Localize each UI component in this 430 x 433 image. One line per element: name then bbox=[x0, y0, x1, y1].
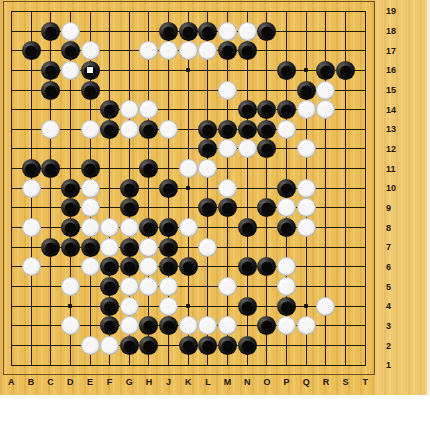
stone-C7[interactable]: ● bbox=[41, 238, 60, 257]
stone-J17[interactable]: ● bbox=[159, 41, 178, 60]
stone-J6[interactable]: ● bbox=[159, 257, 178, 276]
star-point bbox=[186, 186, 190, 190]
stone-E15[interactable]: ● bbox=[81, 81, 100, 100]
stone-L2[interactable]: ● bbox=[198, 336, 217, 355]
stone-M9[interactable]: ● bbox=[218, 198, 237, 217]
stone-R14[interactable]: ● bbox=[316, 100, 335, 119]
stone-R16[interactable]: ● bbox=[316, 61, 335, 80]
stone-F3[interactable]: ● bbox=[100, 316, 119, 335]
stone-O14[interactable]: ● bbox=[257, 100, 276, 119]
stone-P9[interactable]: ● bbox=[277, 198, 296, 217]
stone-M13[interactable]: ● bbox=[218, 120, 237, 139]
stone-G14[interactable]: ● bbox=[120, 100, 139, 119]
stone-D16[interactable]: ● bbox=[61, 61, 80, 80]
grid-line bbox=[365, 11, 366, 366]
stone-F14[interactable]: ● bbox=[100, 100, 119, 119]
stone-O9[interactable]: ● bbox=[257, 198, 276, 217]
stone-O6[interactable]: ● bbox=[257, 257, 276, 276]
stone-D18[interactable]: ● bbox=[61, 22, 80, 41]
stone-J7[interactable]: ● bbox=[159, 238, 178, 257]
row-label-16: 16 bbox=[386, 65, 408, 75]
stone-H11[interactable]: ● bbox=[139, 159, 158, 178]
stone-G3[interactable]: ● bbox=[120, 316, 139, 335]
stone-O18[interactable]: ● bbox=[257, 22, 276, 41]
row-label-3: 3 bbox=[386, 321, 408, 331]
stone-N8[interactable]: ● bbox=[238, 218, 257, 237]
stone-P14[interactable]: ● bbox=[277, 100, 296, 119]
stone-M12[interactable]: ● bbox=[218, 139, 237, 158]
col-label-L: L bbox=[198, 377, 218, 387]
col-label-E: E bbox=[80, 377, 100, 387]
stone-G13[interactable]: ● bbox=[120, 120, 139, 139]
stone-F6[interactable]: ● bbox=[100, 257, 119, 276]
stone-O12[interactable]: ● bbox=[257, 139, 276, 158]
stone-L3[interactable]: ● bbox=[198, 316, 217, 335]
stone-F2[interactable]: ● bbox=[100, 336, 119, 355]
go-board[interactable]: ●●●●●●●●●●●●●●●●●●●●●●●●●●●●●●●●●●●●●●●●… bbox=[0, 0, 430, 395]
stone-K6[interactable]: ● bbox=[179, 257, 198, 276]
stone-G2[interactable]: ● bbox=[120, 336, 139, 355]
stone-K17[interactable]: ● bbox=[179, 41, 198, 60]
stone-E16[interactable]: ● bbox=[81, 61, 100, 80]
stone-B17[interactable]: ● bbox=[22, 41, 41, 60]
row-label-14: 14 bbox=[386, 105, 408, 115]
stone-M18[interactable]: ● bbox=[218, 22, 237, 41]
col-label-N: N bbox=[237, 377, 257, 387]
stone-Q14[interactable]: ● bbox=[297, 100, 316, 119]
stone-G4[interactable]: ● bbox=[120, 297, 139, 316]
stone-E6[interactable]: ● bbox=[81, 257, 100, 276]
stone-J3[interactable]: ● bbox=[159, 316, 178, 335]
stone-N14[interactable]: ● bbox=[238, 100, 257, 119]
stone-D8[interactable]: ● bbox=[61, 218, 80, 237]
stone-C18[interactable]: ● bbox=[41, 22, 60, 41]
grid-line bbox=[266, 11, 267, 366]
stone-D7[interactable]: ● bbox=[61, 238, 80, 257]
stone-D3[interactable]: ● bbox=[61, 316, 80, 335]
stone-B11[interactable]: ● bbox=[22, 159, 41, 178]
row-label-17: 17 bbox=[386, 46, 408, 56]
stone-H17[interactable]: ● bbox=[139, 41, 158, 60]
stone-O13[interactable]: ● bbox=[257, 120, 276, 139]
go-app-window: ●●●●●●●●●●●●●●●●●●●●●●●●●●●●●●●●●●●●●●●●… bbox=[0, 0, 430, 433]
stone-D9[interactable]: ● bbox=[61, 198, 80, 217]
stone-P5[interactable]: ● bbox=[277, 277, 296, 296]
stone-M15[interactable]: ● bbox=[218, 81, 237, 100]
grid-line bbox=[207, 11, 208, 366]
stone-K8[interactable]: ● bbox=[179, 218, 198, 237]
stone-E7[interactable]: ● bbox=[81, 238, 100, 257]
stone-K18[interactable]: ● bbox=[179, 22, 198, 41]
col-label-M: M bbox=[218, 377, 238, 387]
stone-N2[interactable]: ● bbox=[238, 336, 257, 355]
stone-N13[interactable]: ● bbox=[238, 120, 257, 139]
stone-L7[interactable]: ● bbox=[198, 238, 217, 257]
stone-C16[interactable]: ● bbox=[41, 61, 60, 80]
stone-G5[interactable]: ● bbox=[120, 277, 139, 296]
stone-R15[interactable]: ● bbox=[316, 81, 335, 100]
stone-F7[interactable]: ● bbox=[100, 238, 119, 257]
stone-C15[interactable]: ● bbox=[41, 81, 60, 100]
star-point bbox=[186, 304, 190, 308]
stone-K2[interactable]: ● bbox=[179, 336, 198, 355]
stone-J4[interactable]: ● bbox=[159, 297, 178, 316]
stone-D10[interactable]: ● bbox=[61, 179, 80, 198]
stone-G9[interactable]: ● bbox=[120, 198, 139, 217]
stone-H6[interactable]: ● bbox=[139, 257, 158, 276]
stone-N4[interactable]: ● bbox=[238, 297, 257, 316]
stone-C13[interactable]: ● bbox=[41, 120, 60, 139]
stone-M3[interactable]: ● bbox=[218, 316, 237, 335]
col-label-T: T bbox=[355, 377, 375, 387]
stone-K3[interactable]: ● bbox=[179, 316, 198, 335]
stone-G7[interactable]: ● bbox=[120, 238, 139, 257]
stone-E11[interactable]: ● bbox=[81, 159, 100, 178]
col-label-S: S bbox=[336, 377, 356, 387]
stone-D5[interactable]: ● bbox=[61, 277, 80, 296]
stone-Q10[interactable]: ● bbox=[297, 179, 316, 198]
stone-K11[interactable]: ● bbox=[179, 159, 198, 178]
grid-line bbox=[11, 365, 366, 366]
stone-M2[interactable]: ● bbox=[218, 336, 237, 355]
col-label-A: A bbox=[1, 377, 21, 387]
stone-H2[interactable]: ● bbox=[139, 336, 158, 355]
stone-L11[interactable]: ● bbox=[198, 159, 217, 178]
star-point bbox=[68, 304, 72, 308]
stone-F13[interactable]: ● bbox=[100, 120, 119, 139]
row-label-6: 6 bbox=[386, 262, 408, 272]
stone-Q3[interactable]: ● bbox=[297, 316, 316, 335]
row-label-13: 13 bbox=[386, 124, 408, 134]
stone-C11[interactable]: ● bbox=[41, 159, 60, 178]
stone-H8[interactable]: ● bbox=[139, 218, 158, 237]
col-label-K: K bbox=[178, 377, 198, 387]
last-move-marker bbox=[87, 67, 93, 73]
stone-N18[interactable]: ● bbox=[238, 22, 257, 41]
stone-E2[interactable]: ● bbox=[81, 336, 100, 355]
stone-P6[interactable]: ● bbox=[277, 257, 296, 276]
stone-G10[interactable]: ● bbox=[120, 179, 139, 198]
col-label-B: B bbox=[21, 377, 41, 387]
stone-J10[interactable]: ● bbox=[159, 179, 178, 198]
row-label-4: 4 bbox=[386, 301, 408, 311]
stone-E8[interactable]: ● bbox=[81, 218, 100, 237]
stone-N17[interactable]: ● bbox=[238, 41, 257, 60]
stone-Q12[interactable]: ● bbox=[297, 139, 316, 158]
row-label-8: 8 bbox=[386, 223, 408, 233]
row-label-15: 15 bbox=[386, 85, 408, 95]
stone-H5[interactable]: ● bbox=[139, 277, 158, 296]
stone-L17[interactable]: ● bbox=[198, 41, 217, 60]
col-label-R: R bbox=[316, 377, 336, 387]
stone-B10[interactable]: ● bbox=[22, 179, 41, 198]
row-label-7: 7 bbox=[386, 242, 408, 252]
star-point bbox=[304, 304, 308, 308]
col-label-P: P bbox=[277, 377, 297, 387]
star-point bbox=[304, 68, 308, 72]
stone-B6[interactable]: ● bbox=[22, 257, 41, 276]
stone-M17[interactable]: ● bbox=[218, 41, 237, 60]
stone-R4[interactable]: ● bbox=[316, 297, 335, 316]
board-right-margin bbox=[375, 0, 430, 395]
stone-N12[interactable]: ● bbox=[238, 139, 257, 158]
row-label-2: 2 bbox=[386, 341, 408, 351]
col-label-F: F bbox=[100, 377, 120, 387]
stone-L9[interactable]: ● bbox=[198, 198, 217, 217]
stone-Q15[interactable]: ● bbox=[297, 81, 316, 100]
col-label-O: O bbox=[257, 377, 277, 387]
stone-E17[interactable]: ● bbox=[81, 41, 100, 60]
col-label-Q: Q bbox=[296, 377, 316, 387]
stone-P13[interactable]: ● bbox=[277, 120, 296, 139]
stone-N6[interactable]: ● bbox=[238, 257, 257, 276]
stone-J5[interactable]: ● bbox=[159, 277, 178, 296]
stone-G8[interactable]: ● bbox=[120, 218, 139, 237]
row-label-11: 11 bbox=[386, 164, 408, 174]
status-bar: dead ● 0 ● 4 bbox=[0, 395, 430, 433]
row-label-10: 10 bbox=[386, 183, 408, 193]
stone-Q8[interactable]: ● bbox=[297, 218, 316, 237]
stone-P8[interactable]: ● bbox=[277, 218, 296, 237]
stone-F5[interactable]: ● bbox=[100, 277, 119, 296]
row-label-12: 12 bbox=[386, 144, 408, 154]
stone-F4[interactable]: ● bbox=[100, 297, 119, 316]
stone-J13[interactable]: ● bbox=[159, 120, 178, 139]
stone-E9[interactable]: ● bbox=[81, 198, 100, 217]
stone-M10[interactable]: ● bbox=[218, 179, 237, 198]
row-label-5: 5 bbox=[386, 282, 408, 292]
row-label-1: 1 bbox=[386, 360, 408, 370]
stone-H14[interactable]: ● bbox=[139, 100, 158, 119]
stone-E13[interactable]: ● bbox=[81, 120, 100, 139]
col-label-D: D bbox=[60, 377, 80, 387]
col-label-H: H bbox=[139, 377, 159, 387]
col-label-G: G bbox=[119, 377, 139, 387]
stone-P10[interactable]: ● bbox=[277, 179, 296, 198]
stone-J8[interactable]: ● bbox=[159, 218, 178, 237]
stone-Q9[interactable]: ● bbox=[297, 198, 316, 217]
stone-J18[interactable]: ● bbox=[159, 22, 178, 41]
stone-G6[interactable]: ● bbox=[120, 257, 139, 276]
stone-E10[interactable]: ● bbox=[81, 179, 100, 198]
stone-M5[interactable]: ● bbox=[218, 277, 237, 296]
stone-D17[interactable]: ● bbox=[61, 41, 80, 60]
stone-H13[interactable]: ● bbox=[139, 120, 158, 139]
stone-H7[interactable]: ● bbox=[139, 238, 158, 257]
stone-P16[interactable]: ● bbox=[277, 61, 296, 80]
stone-B8[interactable]: ● bbox=[22, 218, 41, 237]
stone-S16[interactable]: ● bbox=[336, 61, 355, 80]
row-label-19: 19 bbox=[386, 6, 408, 16]
stone-O3[interactable]: ● bbox=[257, 316, 276, 335]
stone-F8[interactable]: ● bbox=[100, 218, 119, 237]
row-label-18: 18 bbox=[386, 26, 408, 36]
stone-H3[interactable]: ● bbox=[139, 316, 158, 335]
col-label-J: J bbox=[159, 377, 179, 387]
stone-L18[interactable]: ● bbox=[198, 22, 217, 41]
row-label-9: 9 bbox=[386, 203, 408, 213]
col-label-C: C bbox=[41, 377, 61, 387]
stone-P4[interactable]: ● bbox=[277, 297, 296, 316]
stone-P3[interactable]: ● bbox=[277, 316, 296, 335]
stone-L13[interactable]: ● bbox=[198, 120, 217, 139]
star-point bbox=[186, 68, 190, 72]
stone-L12[interactable]: ● bbox=[198, 139, 217, 158]
